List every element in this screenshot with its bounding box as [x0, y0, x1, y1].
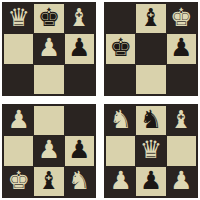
white-pawn-piece: ♟ [170, 168, 192, 193]
square-bottom-left-r2c3[interactable]: ♟ [65, 136, 94, 165]
boards-grid: ♛♚♝♟♟ ♝♚♚♟ ♟♟♟♚♝♞ ♞♞♝♛♟♟♟ [0, 0, 200, 200]
square-bottom-left-r3c1[interactable]: ♚ [4, 167, 33, 196]
black-pawn-piece: ♟ [140, 168, 162, 193]
square-top-right-r1c3[interactable]: ♚ [167, 4, 196, 33]
square-bottom-left-r1c1[interactable]: ♟ [4, 106, 33, 135]
black-bishop-piece: ♝ [38, 168, 60, 193]
square-top-left-r2c2[interactable]: ♟ [34, 34, 63, 63]
square-bottom-right-r1c1[interactable]: ♞ [106, 106, 135, 135]
white-king-piece: ♚ [7, 168, 29, 193]
square-top-right-r2c3[interactable]: ♟ [167, 34, 196, 63]
square-bottom-left-r3c3[interactable]: ♞ [65, 167, 94, 196]
white-knight-piece: ♞ [109, 107, 131, 132]
square-bottom-left-r2c1[interactable] [4, 136, 33, 165]
white-queen-piece: ♛ [7, 5, 29, 30]
square-bottom-right-r2c1[interactable] [106, 136, 135, 165]
black-pawn-piece: ♟ [170, 35, 192, 60]
black-bishop-piece: ♝ [140, 5, 162, 30]
board-top-left: ♛♚♝♟♟ [2, 2, 96, 96]
square-top-left-r1c3[interactable]: ♝ [65, 4, 94, 33]
black-king-piece: ♚ [109, 35, 131, 60]
square-bottom-left-r3c2[interactable]: ♝ [34, 167, 63, 196]
square-bottom-left-r1c2[interactable] [34, 106, 63, 135]
square-bottom-right-r3c2[interactable]: ♟ [136, 167, 165, 196]
white-queen-piece: ♛ [140, 137, 162, 162]
square-bottom-right-r2c3[interactable] [167, 136, 196, 165]
square-top-left-r3c3[interactable] [65, 65, 94, 94]
square-top-left-r3c1[interactable] [4, 65, 33, 94]
white-knight-piece: ♞ [68, 168, 90, 193]
square-top-left-r2c1[interactable] [4, 34, 33, 63]
white-pawn-piece: ♟ [38, 137, 60, 162]
square-bottom-right-r1c2[interactable]: ♞ [136, 106, 165, 135]
white-bishop-piece: ♝ [68, 5, 90, 30]
white-bishop-piece: ♝ [170, 107, 192, 132]
square-top-right-r1c2[interactable]: ♝ [136, 4, 165, 33]
white-pawn-piece: ♟ [109, 168, 131, 193]
black-king-piece: ♚ [38, 5, 60, 30]
white-pawn-piece: ♟ [7, 107, 29, 132]
square-bottom-right-r2c2[interactable]: ♛ [136, 136, 165, 165]
black-knight-piece: ♞ [140, 107, 162, 132]
square-top-left-r2c3[interactable]: ♟ [65, 34, 94, 63]
square-bottom-left-r2c2[interactable]: ♟ [34, 136, 63, 165]
square-top-right-r3c1[interactable] [106, 65, 135, 94]
square-top-left-r1c1[interactable]: ♛ [4, 4, 33, 33]
square-top-left-r3c2[interactable] [34, 65, 63, 94]
white-king-piece: ♚ [170, 5, 192, 30]
black-pawn-piece: ♟ [68, 137, 90, 162]
square-bottom-right-r3c1[interactable]: ♟ [106, 167, 135, 196]
square-bottom-right-r3c3[interactable]: ♟ [167, 167, 196, 196]
square-top-right-r3c2[interactable] [136, 65, 165, 94]
square-top-left-r1c2[interactable]: ♚ [34, 4, 63, 33]
square-top-right-r3c3[interactable] [167, 65, 196, 94]
black-pawn-piece: ♟ [68, 35, 90, 60]
board-bottom-right: ♞♞♝♛♟♟♟ [104, 104, 198, 198]
board-top-right: ♝♚♚♟ [104, 2, 198, 96]
square-top-right-r2c1[interactable]: ♚ [106, 34, 135, 63]
square-bottom-left-r1c3[interactable] [65, 106, 94, 135]
square-bottom-right-r1c3[interactable]: ♝ [167, 106, 196, 135]
white-pawn-piece: ♟ [38, 35, 60, 60]
square-top-right-r2c2[interactable] [136, 34, 165, 63]
board-bottom-left: ♟♟♟♚♝♞ [2, 104, 96, 198]
square-top-right-r1c1[interactable] [106, 4, 135, 33]
